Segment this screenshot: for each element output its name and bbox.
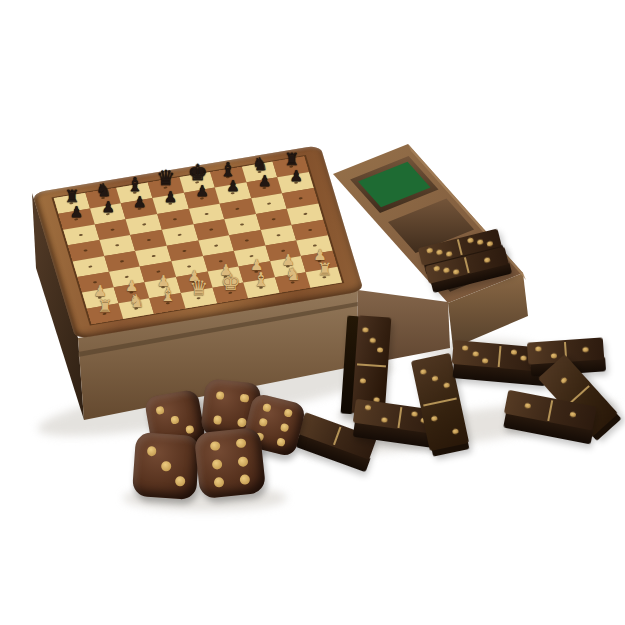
- domino-pip: [420, 368, 427, 374]
- domino-pip: [381, 417, 388, 423]
- die-pip: [276, 437, 286, 447]
- domino-pip: [484, 257, 491, 263]
- domino-pip: [521, 356, 527, 362]
- die-pip: [175, 476, 185, 486]
- die-pip: [161, 461, 171, 471]
- domino-pip: [426, 247, 433, 253]
- domino-pip: [443, 383, 450, 389]
- domino-pip: [443, 267, 450, 273]
- black-pawn-piece: ♟: [133, 195, 146, 210]
- domino-pip: [452, 429, 459, 435]
- domino-divider: [357, 363, 386, 367]
- die-pip: [155, 406, 164, 415]
- wooden-die-5: [194, 427, 267, 500]
- die-pip: [213, 477, 224, 488]
- black-bishop-piece: ♝: [126, 175, 143, 194]
- black-pawn-piece: ♟: [227, 179, 240, 194]
- black-knight-piece: ♞: [95, 181, 111, 199]
- domino-pip: [360, 379, 366, 384]
- die-pip: [211, 459, 222, 470]
- die-pip: [185, 425, 194, 434]
- domino-divider: [547, 400, 553, 421]
- domino-divider: [398, 407, 403, 428]
- die-pip: [236, 438, 247, 449]
- chess-board: ♜♞♝♛♚♝♞♜♟♟♟♟♟♟♟♟♟♟♟♟♟♟♟♟♜♞♝♛♚♝♞♜: [54, 156, 342, 324]
- die-pip: [280, 423, 290, 433]
- domino-pip: [524, 403, 531, 409]
- white-rook-piece: ♜: [98, 298, 113, 315]
- die-pip: [283, 408, 293, 418]
- black-pawn-piece: ♟: [195, 185, 208, 200]
- die-pip: [213, 415, 222, 424]
- black-rook-piece: ♜: [64, 188, 79, 205]
- white-bishop-piece: ♝: [159, 286, 176, 305]
- domino-pip: [452, 269, 459, 275]
- black-bishop-piece: ♝: [220, 160, 237, 179]
- domino-pip: [411, 411, 418, 417]
- black-pawn-piece: ♟: [258, 174, 271, 189]
- black-queen-piece: ♛: [157, 168, 176, 189]
- black-king-piece: ♚: [187, 162, 207, 184]
- domino-pip: [570, 412, 577, 418]
- domino-pip: [364, 405, 371, 411]
- domino-pip: [551, 353, 557, 358]
- domino-pip: [560, 377, 568, 385]
- domino-divider: [498, 346, 502, 367]
- domino-divider: [333, 426, 342, 445]
- white-knight-piece: ♞: [285, 266, 301, 284]
- product-photo-scene: ♜♞♝♛♚♝♞♜♟♟♟♟♟♟♟♟♟♟♟♟♟♟♟♟♜♞♝♛♚♝♞♜: [0, 0, 625, 625]
- white-knight-piece: ♞: [128, 292, 144, 310]
- domino-pip: [432, 376, 439, 382]
- domino-pip: [433, 265, 440, 271]
- black-pawn-piece: ♟: [289, 169, 302, 184]
- domino-pip: [482, 358, 488, 364]
- domino-pip: [472, 351, 478, 357]
- black-pawn-piece: ♟: [70, 205, 83, 220]
- die-pip: [210, 441, 221, 452]
- white-bishop-piece: ♝: [253, 270, 270, 289]
- die-pip: [262, 403, 272, 413]
- black-rook-piece: ♜: [284, 151, 299, 168]
- domino-divider: [457, 239, 463, 254]
- die-pip: [238, 456, 249, 467]
- white-queen-piece: ♛: [190, 278, 209, 299]
- domino-pip: [445, 251, 452, 257]
- domino-pip: [377, 348, 383, 353]
- domino-pip: [431, 416, 438, 422]
- domino-pip: [467, 237, 474, 243]
- domino-pip: [477, 239, 484, 245]
- die-pip: [147, 446, 157, 456]
- domino-pip: [511, 349, 517, 355]
- domino-divider: [464, 257, 470, 272]
- wooden-die-4: [132, 432, 200, 500]
- domino-pip: [436, 249, 443, 255]
- domino-pip: [462, 345, 468, 351]
- domino-divider: [423, 397, 457, 406]
- die-pip: [215, 391, 224, 400]
- domino-pip: [582, 347, 588, 352]
- die-pip: [170, 415, 179, 424]
- black-knight-piece: ♞: [252, 155, 268, 173]
- black-pawn-piece: ♟: [164, 190, 177, 205]
- domino-pip: [487, 240, 494, 246]
- die-pip: [240, 475, 251, 486]
- die-pip: [240, 393, 249, 402]
- white-rook-piece: ♜: [317, 261, 332, 278]
- die-pip: [259, 417, 269, 427]
- black-pawn-piece: ♟: [101, 200, 114, 215]
- white-king-piece: ♚: [221, 272, 241, 294]
- domino-pip: [535, 346, 541, 351]
- domino-pip: [363, 327, 369, 332]
- domino-pip: [370, 337, 376, 342]
